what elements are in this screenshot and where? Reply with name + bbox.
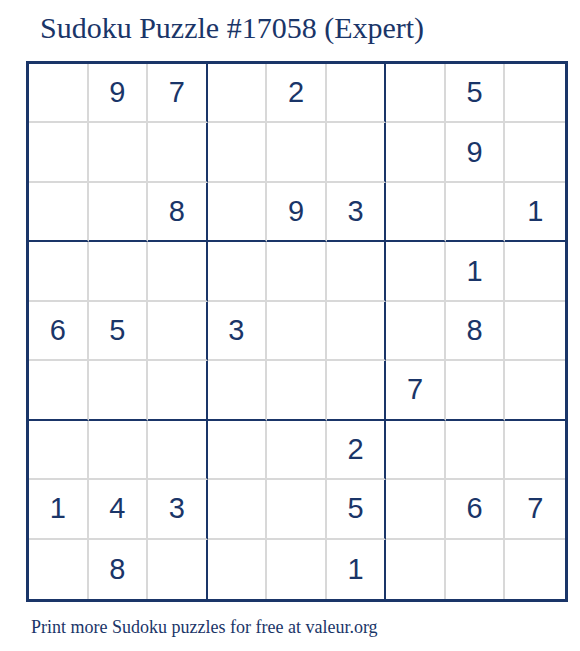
cell-r5c7[interactable]: [386, 302, 446, 361]
cell-r5c1[interactable]: 6: [29, 302, 89, 361]
cell-r7c2[interactable]: [89, 421, 149, 480]
cell-r8c2[interactable]: 4: [89, 480, 149, 539]
footer-text: Print more Sudoku puzzles for free at va…: [31, 615, 378, 639]
cell-r1c7[interactable]: [386, 64, 446, 123]
cell-r9c9[interactable]: [505, 540, 565, 599]
cell-r7c7[interactable]: [386, 421, 446, 480]
cell-r9c5[interactable]: [267, 540, 327, 599]
cell-r4c2[interactable]: [89, 242, 149, 301]
cell-r9c7[interactable]: [386, 540, 446, 599]
cell-r1c9[interactable]: [505, 64, 565, 123]
cell-r7c6[interactable]: 2: [327, 421, 387, 480]
cell-r6c8[interactable]: [446, 361, 506, 420]
cell-r6c1[interactable]: [29, 361, 89, 420]
cell-r3c3[interactable]: 8: [148, 183, 208, 242]
cell-r1c2[interactable]: 9: [89, 64, 149, 123]
cell-r2c9[interactable]: [505, 123, 565, 182]
cell-r8c6[interactable]: 5: [327, 480, 387, 539]
cell-r8c3[interactable]: 3: [148, 480, 208, 539]
cell-r2c3[interactable]: [148, 123, 208, 182]
cell-r2c5[interactable]: [267, 123, 327, 182]
cell-r5c2[interactable]: 5: [89, 302, 149, 361]
cell-r6c2[interactable]: [89, 361, 149, 420]
cell-r8c8[interactable]: 6: [446, 480, 506, 539]
cell-r2c2[interactable]: [89, 123, 149, 182]
cell-r3c2[interactable]: [89, 183, 149, 242]
cell-r5c9[interactable]: [505, 302, 565, 361]
cell-r7c4[interactable]: [208, 421, 268, 480]
cell-r1c4[interactable]: [208, 64, 268, 123]
cell-r7c1[interactable]: [29, 421, 89, 480]
cell-r1c6[interactable]: [327, 64, 387, 123]
cell-r4c5[interactable]: [267, 242, 327, 301]
cell-r3c6[interactable]: 3: [327, 183, 387, 242]
cell-r4c7[interactable]: [386, 242, 446, 301]
cell-r1c3[interactable]: 7: [148, 64, 208, 123]
cell-r6c3[interactable]: [148, 361, 208, 420]
cell-r3c9[interactable]: 1: [505, 183, 565, 242]
cell-r7c8[interactable]: [446, 421, 506, 480]
cell-r1c5[interactable]: 2: [267, 64, 327, 123]
cell-r5c4[interactable]: 3: [208, 302, 268, 361]
cell-r4c6[interactable]: [327, 242, 387, 301]
cell-r6c9[interactable]: [505, 361, 565, 420]
cell-r9c3[interactable]: [148, 540, 208, 599]
cell-r6c5[interactable]: [267, 361, 327, 420]
cell-r8c1[interactable]: 1: [29, 480, 89, 539]
cell-r2c7[interactable]: [386, 123, 446, 182]
cell-r4c4[interactable]: [208, 242, 268, 301]
cell-r9c1[interactable]: [29, 540, 89, 599]
cell-r6c4[interactable]: [208, 361, 268, 420]
cell-r7c5[interactable]: [267, 421, 327, 480]
cell-r2c8[interactable]: 9: [446, 123, 506, 182]
cell-r2c1[interactable]: [29, 123, 89, 182]
cell-r3c4[interactable]: [208, 183, 268, 242]
cell-r2c6[interactable]: [327, 123, 387, 182]
cell-r3c5[interactable]: 9: [267, 183, 327, 242]
cell-r8c9[interactable]: 7: [505, 480, 565, 539]
cell-r9c8[interactable]: [446, 540, 506, 599]
cell-r1c8[interactable]: 5: [446, 64, 506, 123]
cell-r9c2[interactable]: 8: [89, 540, 149, 599]
cell-r3c1[interactable]: [29, 183, 89, 242]
cell-r4c8[interactable]: 1: [446, 242, 506, 301]
cell-r8c4[interactable]: [208, 480, 268, 539]
sudoku-page: Sudoku Puzzle #17058 (Expert) 9725989311…: [0, 0, 580, 651]
cell-r8c5[interactable]: [267, 480, 327, 539]
page-title: Sudoku Puzzle #17058 (Expert): [40, 11, 424, 45]
cell-r4c1[interactable]: [29, 242, 89, 301]
cell-r3c8[interactable]: [446, 183, 506, 242]
cell-r4c3[interactable]: [148, 242, 208, 301]
cell-r7c9[interactable]: [505, 421, 565, 480]
cell-r3c7[interactable]: [386, 183, 446, 242]
cell-r6c7[interactable]: 7: [386, 361, 446, 420]
cell-r6c6[interactable]: [327, 361, 387, 420]
cell-r5c5[interactable]: [267, 302, 327, 361]
cell-r8c7[interactable]: [386, 480, 446, 539]
cell-r5c6[interactable]: [327, 302, 387, 361]
cell-r1c1[interactable]: [29, 64, 89, 123]
cell-r4c9[interactable]: [505, 242, 565, 301]
sudoku-board: 972598931165387214356781: [26, 61, 568, 602]
cell-r9c4[interactable]: [208, 540, 268, 599]
cell-r5c8[interactable]: 8: [446, 302, 506, 361]
cell-r2c4[interactable]: [208, 123, 268, 182]
cell-r7c3[interactable]: [148, 421, 208, 480]
cell-r9c6[interactable]: 1: [327, 540, 387, 599]
cell-r5c3[interactable]: [148, 302, 208, 361]
